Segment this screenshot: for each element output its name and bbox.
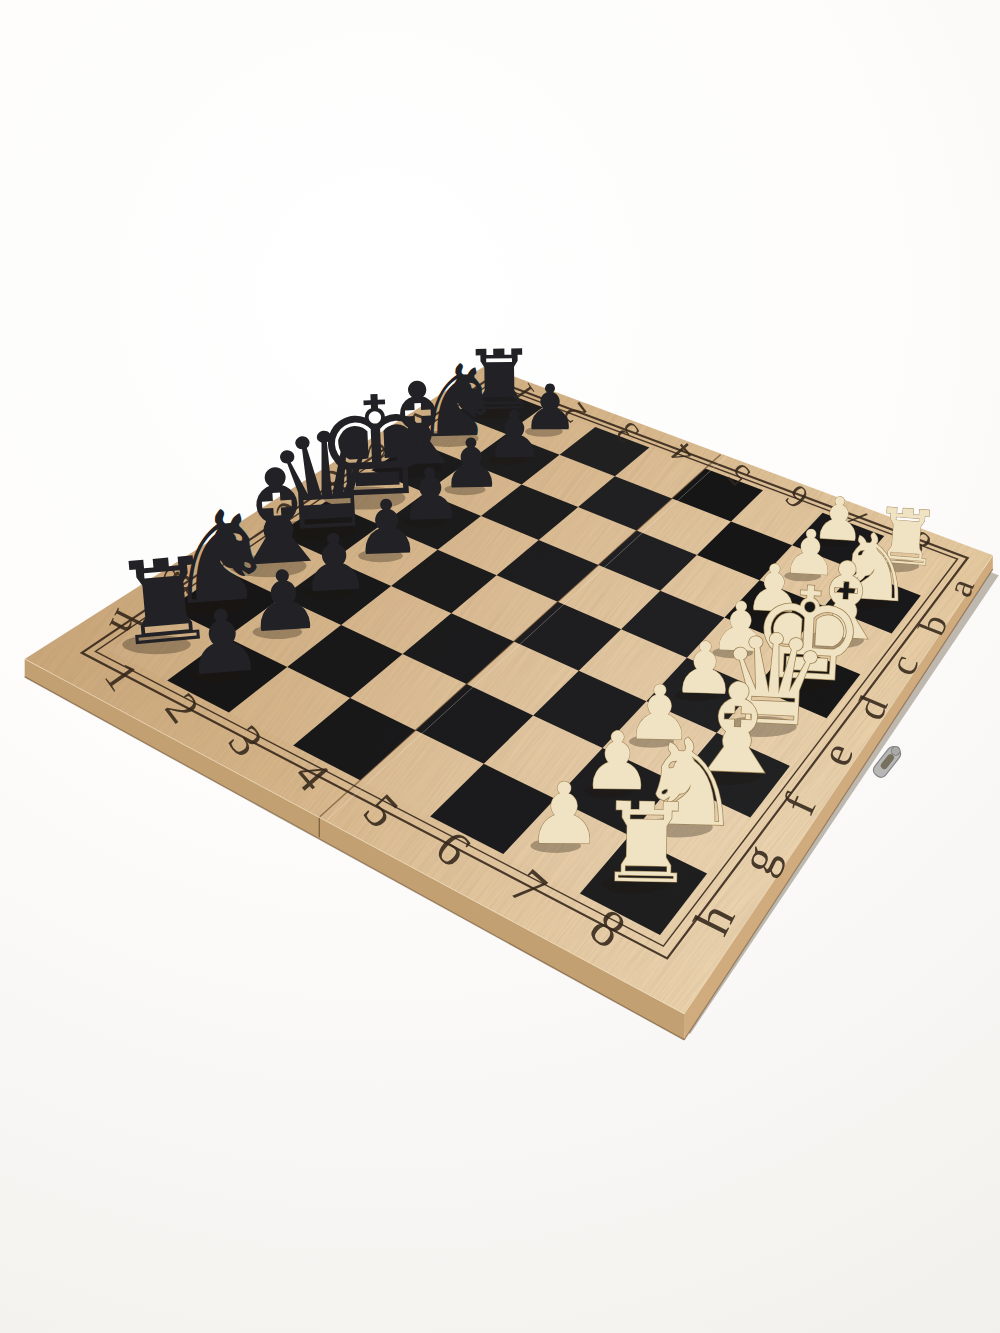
chess-set-photo: 1122334455667788aabbccddeeffgghh♜♟♞♟♝♟♚♟… [0,0,1000,1333]
chessboard: 1122334455667788aabbccddeeffgghh♜♟♞♟♝♟♚♟… [0,0,1000,1333]
piece-white-pawn-h7[interactable]: ♟ [526,765,602,863]
piece-white-rook-h8[interactable]: ♜ [596,779,696,908]
piece-black-pawn-h2[interactable]: ♟ [180,588,266,696]
